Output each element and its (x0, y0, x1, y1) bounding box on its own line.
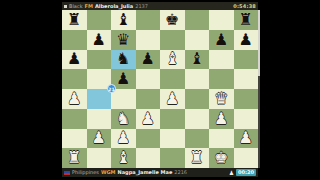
square-c6: ♞ (111, 50, 136, 70)
square-f3 (185, 109, 210, 129)
white-pawn: ♟ (67, 91, 81, 107)
white-pawn: ♟ (214, 111, 228, 127)
black-king: ♚ (165, 12, 179, 28)
square-h4 (234, 89, 259, 109)
white-knight: ♞ (116, 111, 130, 127)
square-h3 (234, 109, 259, 129)
white-pawn: ♟ (239, 130, 253, 146)
square-d1 (136, 148, 161, 168)
square-g5 (209, 69, 234, 89)
square-e6: ♝ (160, 50, 185, 70)
black-pawn: ♟ (239, 32, 253, 48)
square-a5 (62, 69, 87, 89)
top-player-bar: Black FM Alberola_Julia 2137 0:54:38 (62, 2, 258, 10)
square-f6: ♝ (185, 50, 210, 70)
move-number-badge: 21 (107, 84, 116, 93)
square-f4 (185, 89, 210, 109)
video-frame[interactable]: Black FM Alberola_Julia 2137 0:54:38 21 … (0, 0, 320, 180)
black-pawn: ♟ (92, 32, 106, 48)
black-rook: ♜ (239, 12, 253, 28)
top-player-rating: 2137 (135, 4, 148, 9)
square-g6 (209, 50, 234, 70)
square-g2 (209, 129, 234, 149)
chess-board[interactable]: 21 ♜♝♚♜♟♛♟♟♟♞♟♝♝♟♟♟♛♞♟♟♟♟♟♜♝♜♚ (62, 10, 258, 168)
square-a2 (62, 129, 87, 149)
square-e8: ♚ (160, 10, 185, 30)
square-b6 (87, 50, 112, 70)
bottom-player-country: Philippines (72, 170, 99, 175)
square-c8: ♝ (111, 10, 136, 30)
white-pawn: ♟ (116, 130, 130, 146)
square-g3: ♟ (209, 109, 234, 129)
square-g8 (209, 10, 234, 30)
square-a6: ♟ (62, 50, 87, 70)
black-bishop: ♝ (116, 12, 130, 28)
top-player-title: FM (85, 4, 93, 9)
square-f8 (185, 10, 210, 30)
black-bishop: ♝ (190, 51, 204, 67)
square-b1 (87, 148, 112, 168)
square-h7: ♟ (234, 30, 259, 50)
square-b3 (87, 109, 112, 129)
white-rook: ♜ (67, 150, 81, 166)
square-d8 (136, 10, 161, 30)
square-c1: ♝ (111, 148, 136, 168)
eval-bar (258, 10, 260, 168)
square-f2 (185, 129, 210, 149)
white-bishop: ♝ (165, 51, 179, 67)
white-pawn-icon: ♟ (229, 170, 234, 176)
square-h6 (234, 50, 259, 70)
square-d4 (136, 89, 161, 109)
square-g4: ♛ (209, 89, 234, 109)
white-pawn: ♟ (141, 111, 155, 127)
square-e5 (160, 69, 185, 89)
square-f1: ♜ (185, 148, 210, 168)
square-f7 (185, 30, 210, 50)
broadcast-icon (64, 5, 67, 8)
black-knight: ♞ (116, 51, 130, 67)
square-d6: ♟ (136, 50, 161, 70)
bottom-player-bar: Philippines WGM Nagpa_Jamelle Mae 2216 ♟… (62, 168, 258, 177)
square-e2 (160, 129, 185, 149)
white-bishop: ♝ (116, 150, 130, 166)
bottom-player-rating: 2216 (174, 170, 187, 175)
top-player-name: Alberola_Julia (95, 4, 133, 9)
white-king: ♚ (214, 150, 228, 166)
bottom-player-title: WGM (101, 170, 116, 175)
square-g7: ♟ (209, 30, 234, 50)
square-a3 (62, 109, 87, 129)
black-pawn: ♟ (214, 32, 228, 48)
square-h8: ♜ (234, 10, 259, 30)
square-c3: ♞ (111, 109, 136, 129)
top-player-clock: 0:54:38 (233, 4, 256, 9)
bottom-player-clock: 00:20 (236, 169, 256, 176)
square-a1: ♜ (62, 148, 87, 168)
top-side-label: Black (69, 4, 83, 9)
square-d2 (136, 129, 161, 149)
square-c2: ♟ (111, 129, 136, 149)
square-d3: ♟ (136, 109, 161, 129)
square-e1 (160, 148, 185, 168)
square-b4 (87, 89, 112, 109)
square-g1: ♚ (209, 148, 234, 168)
white-queen: ♛ (214, 91, 228, 107)
square-h1 (234, 148, 259, 168)
square-b7: ♟ (87, 30, 112, 50)
white-rook: ♜ (190, 150, 204, 166)
square-h5 (234, 69, 259, 89)
bottom-player-name: Nagpa_Jamelle Mae (118, 170, 173, 175)
philippines-flag-icon (64, 171, 70, 175)
square-f5 (185, 69, 210, 89)
square-b8 (87, 10, 112, 30)
square-a4: ♟ (62, 89, 87, 109)
square-c7: ♛ (111, 30, 136, 50)
black-pawn: ♟ (141, 51, 155, 67)
white-pawn: ♟ (92, 130, 106, 146)
square-e7 (160, 30, 185, 50)
black-rook: ♜ (67, 12, 81, 28)
square-a7 (62, 30, 87, 50)
square-d5 (136, 69, 161, 89)
square-d7 (136, 30, 161, 50)
square-e3 (160, 109, 185, 129)
square-c4 (111, 89, 136, 109)
black-pawn: ♟ (116, 71, 130, 87)
black-pawn: ♟ (67, 51, 81, 67)
square-h2: ♟ (234, 129, 259, 149)
black-queen: ♛ (116, 32, 130, 48)
square-e4: ♟ (160, 89, 185, 109)
white-pawn: ♟ (165, 91, 179, 107)
square-b2: ♟ (87, 129, 112, 149)
square-a8: ♜ (62, 10, 87, 30)
